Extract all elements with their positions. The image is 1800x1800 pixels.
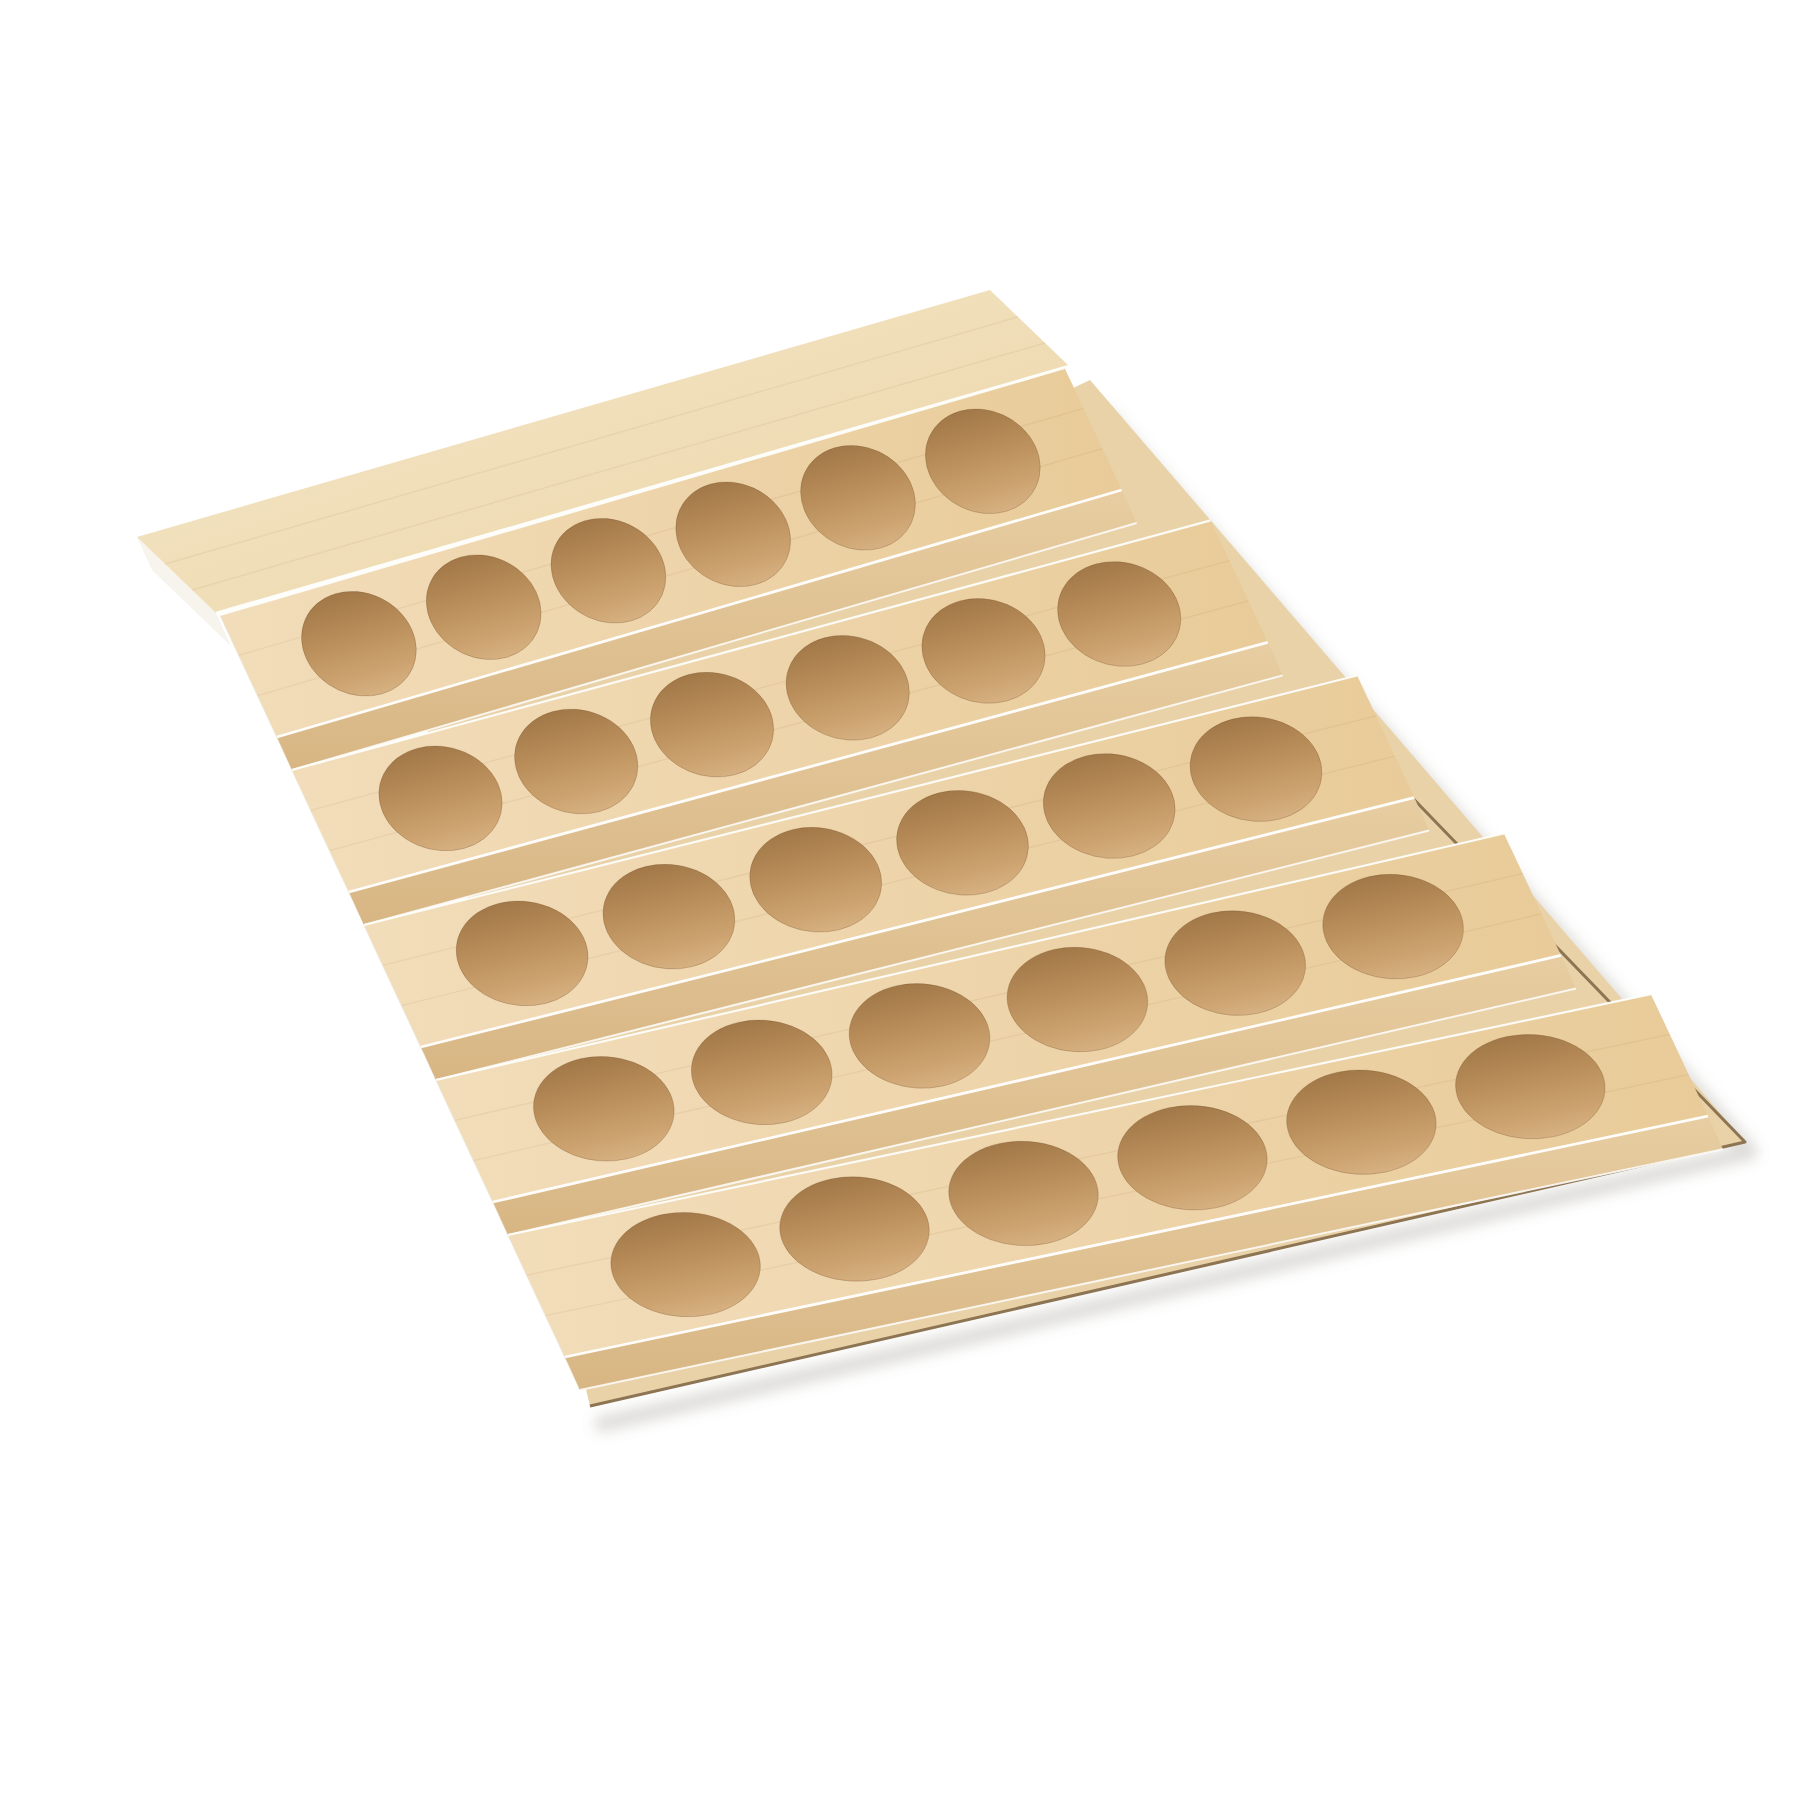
tray-scene — [0, 0, 1800, 1800]
photo-canvas — [0, 0, 1800, 1800]
